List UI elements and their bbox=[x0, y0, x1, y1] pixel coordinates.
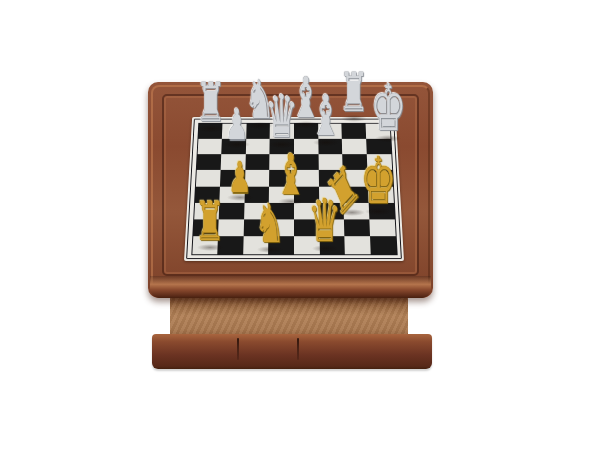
king-glyph: ♚ bbox=[370, 76, 406, 140]
box-base-molding bbox=[152, 334, 432, 369]
wood-crack bbox=[297, 338, 299, 360]
piece-gold-rook-g2[interactable]: ♜ bbox=[320, 171, 384, 213]
piece-gold-rook-a1[interactable]: ♜ bbox=[178, 206, 242, 248]
piece-silver-king-h7[interactable]: ♚ bbox=[356, 89, 420, 139]
scene: ♜♟♞♛♝♝♜♚♟♝♜♞♛♚♜ bbox=[0, 0, 600, 470]
wood-crack bbox=[237, 338, 239, 360]
table-front-edge bbox=[150, 276, 431, 298]
square-h2[interactable] bbox=[369, 219, 395, 236]
knight-glyph: ♞ bbox=[255, 197, 285, 251]
pawn-glyph: ♟ bbox=[228, 156, 252, 198]
pieces-layer: ♜♟♞♛♝♝♜♚♟♝♜♞♛♚♜ bbox=[0, 0, 600, 470]
rook-glyph: ♜ bbox=[195, 195, 225, 249]
square-h1[interactable] bbox=[370, 236, 396, 253]
